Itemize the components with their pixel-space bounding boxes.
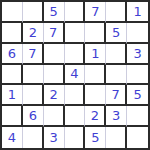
given-cell-r5c1: 1 [2, 85, 23, 106]
given-cell-r5c3: 2 [44, 85, 65, 106]
given-cell-r2c2: 2 [23, 23, 44, 44]
empty-cell-r1c1[interactable] [2, 2, 23, 23]
empty-cell-r5c5[interactable] [85, 85, 106, 106]
given-cell-r6c6: 3 [106, 106, 127, 127]
given-cell-r1c3: 5 [44, 2, 65, 23]
given-cell-r4c4: 4 [65, 65, 86, 86]
empty-cell-r7c4[interactable] [65, 127, 86, 148]
given-cell-r2c3: 7 [44, 23, 65, 44]
empty-cell-r2c7[interactable] [127, 23, 148, 44]
empty-cell-r1c2[interactable] [23, 2, 44, 23]
given-cell-r1c5: 7 [85, 2, 106, 23]
given-cell-r3c5: 1 [85, 44, 106, 65]
empty-cell-r7c2[interactable] [23, 127, 44, 148]
empty-cell-r4c3[interactable] [44, 65, 65, 86]
empty-cell-r4c7[interactable] [127, 65, 148, 86]
empty-cell-r6c1[interactable] [2, 106, 23, 127]
given-cell-r2c6: 5 [106, 23, 127, 44]
empty-cell-r4c5[interactable] [85, 65, 106, 86]
empty-cell-r5c2[interactable] [23, 85, 44, 106]
given-cell-r7c5: 5 [85, 127, 106, 148]
empty-cell-r6c7[interactable] [127, 106, 148, 127]
empty-cell-r7c7[interactable] [127, 127, 148, 148]
sudoku-board: 571275671341275623435 [0, 0, 150, 150]
given-cell-r3c2: 7 [23, 44, 44, 65]
given-cell-r3c7: 3 [127, 44, 148, 65]
empty-cell-r3c4[interactable] [65, 44, 86, 65]
given-cell-r5c7: 5 [127, 85, 148, 106]
empty-cell-r2c1[interactable] [2, 23, 23, 44]
empty-cell-r4c2[interactable] [23, 65, 44, 86]
empty-cell-r3c6[interactable] [106, 44, 127, 65]
empty-cell-r5c4[interactable] [65, 85, 86, 106]
given-cell-r7c1: 4 [2, 127, 23, 148]
given-cell-r7c3: 3 [44, 127, 65, 148]
empty-cell-r2c5[interactable] [85, 23, 106, 44]
empty-cell-r1c6[interactable] [106, 2, 127, 23]
empty-cell-r4c1[interactable] [2, 65, 23, 86]
given-cell-r5c6: 7 [106, 85, 127, 106]
empty-cell-r6c3[interactable] [44, 106, 65, 127]
given-cell-r6c5: 2 [85, 106, 106, 127]
empty-cell-r7c6[interactable] [106, 127, 127, 148]
empty-cell-r1c4[interactable] [65, 2, 86, 23]
empty-cell-r3c3[interactable] [44, 44, 65, 65]
empty-cell-r6c4[interactable] [65, 106, 86, 127]
given-cell-r1c7: 1 [127, 2, 148, 23]
empty-cell-r2c4[interactable] [65, 23, 86, 44]
empty-cell-r4c6[interactable] [106, 65, 127, 86]
given-cell-r3c1: 6 [2, 44, 23, 65]
given-cell-r6c2: 6 [23, 106, 44, 127]
